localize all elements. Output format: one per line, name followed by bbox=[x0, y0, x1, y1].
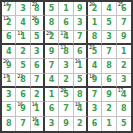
cell-r0c6[interactable]: 202 bbox=[88, 2, 102, 16]
cell-r4c3[interactable]: 7 bbox=[45, 59, 59, 73]
cell-r6c8[interactable]: 174 bbox=[117, 88, 131, 102]
cell-r3c3[interactable]: 9 bbox=[45, 45, 59, 59]
cell-value: 1 bbox=[31, 103, 43, 115]
cell-value: 3 bbox=[88, 103, 101, 115]
killer-sudoku-board: 1473238519202425612242698631576111523217… bbox=[0, 0, 133, 133]
cell-r4c7[interactable]: 8 bbox=[102, 59, 116, 73]
cell-value: 3 bbox=[59, 60, 72, 72]
cell-r4c0[interactable]: 209 bbox=[2, 59, 16, 73]
cell-r2c4[interactable]: 174 bbox=[59, 31, 73, 45]
cell-r3c1[interactable]: 2 bbox=[16, 45, 30, 59]
cell-value: 4 bbox=[59, 32, 72, 43]
cell-r7c4[interactable]: 7 bbox=[59, 102, 73, 116]
cell-value: 7 bbox=[102, 46, 115, 58]
cell-r5c0[interactable]: 171 bbox=[2, 74, 16, 88]
cell-r4c2[interactable]: 6 bbox=[31, 59, 45, 73]
cell-r1c4[interactable]: 6 bbox=[59, 16, 73, 30]
cell-value: 2 bbox=[2, 17, 15, 29]
cell-r7c7[interactable]: 2 bbox=[102, 102, 116, 116]
cell-r5c2[interactable]: 7 bbox=[31, 74, 45, 88]
cell-value: 5 bbox=[74, 75, 86, 86]
cell-r2c2[interactable]: 5 bbox=[31, 31, 45, 45]
cell-r1c5[interactable]: 3 bbox=[74, 16, 88, 30]
cell-value: 6 bbox=[16, 89, 29, 101]
cell-value: 8 bbox=[16, 75, 29, 86]
cell-r4c4[interactable]: 3 bbox=[59, 59, 73, 73]
cell-r6c3[interactable]: 1 bbox=[45, 88, 59, 102]
cell-value: 7 bbox=[2, 3, 15, 15]
cell-r3c6[interactable]: 235 bbox=[88, 45, 102, 59]
cell-value: 3 bbox=[102, 32, 115, 43]
cell-value: 7 bbox=[117, 17, 131, 29]
cell-value: 9 bbox=[45, 46, 58, 58]
cell-r6c6[interactable]: 7 bbox=[88, 88, 102, 102]
cell-value: 4 bbox=[16, 17, 29, 29]
cell-r1c3[interactable]: 8 bbox=[45, 16, 59, 30]
cell-r7c6[interactable]: 3 bbox=[88, 102, 102, 116]
cell-r0c1[interactable]: 3 bbox=[16, 2, 30, 16]
cell-r5c1[interactable]: 238 bbox=[16, 74, 30, 88]
cell-r5c5[interactable]: 5 bbox=[74, 74, 88, 88]
cell-r4c1[interactable]: 5 bbox=[16, 59, 30, 73]
cell-r3c4[interactable]: 138 bbox=[59, 45, 73, 59]
cell-r4c6[interactable]: 4 bbox=[88, 59, 102, 73]
cell-r0c3[interactable]: 5 bbox=[45, 2, 59, 16]
cell-value: 5 bbox=[45, 3, 58, 15]
cell-value: 5 bbox=[117, 118, 131, 131]
cell-r3c8[interactable]: 1 bbox=[117, 45, 131, 59]
cell-r5c4[interactable]: 2 bbox=[59, 74, 73, 88]
cell-r8c8[interactable]: 5 bbox=[117, 117, 131, 131]
cell-r7c5[interactable]: 184 bbox=[74, 102, 88, 116]
cell-r8c4[interactable]: 9 bbox=[59, 117, 73, 131]
cell-r0c8[interactable]: 256 bbox=[117, 2, 131, 16]
cell-value: 3 bbox=[2, 89, 15, 101]
cell-value: 7 bbox=[74, 32, 86, 43]
cell-r1c8[interactable]: 7 bbox=[117, 16, 131, 30]
cell-value: 4 bbox=[102, 3, 115, 15]
cell-value: 6 bbox=[31, 60, 43, 72]
cell-r2c6[interactable]: 8 bbox=[88, 31, 102, 45]
cell-value: 3 bbox=[117, 75, 131, 86]
cell-value: 5 bbox=[2, 103, 15, 115]
cell-value: 5 bbox=[31, 32, 43, 43]
cell-value: 4 bbox=[45, 75, 58, 86]
cell-value: 4 bbox=[117, 89, 131, 101]
cell-value: 2 bbox=[16, 46, 29, 58]
cell-value: 7 bbox=[45, 60, 58, 72]
cell-value: 8 bbox=[117, 103, 131, 115]
cell-r2c3[interactable]: 232 bbox=[45, 31, 59, 45]
cell-value: 6 bbox=[59, 17, 72, 29]
cell-value: 2 bbox=[102, 103, 115, 115]
cell-r6c5[interactable]: 8 bbox=[74, 88, 88, 102]
cell-r5c3[interactable]: 4 bbox=[45, 74, 59, 88]
cell-value: 4 bbox=[88, 60, 101, 72]
cell-r7c0[interactable]: 5 bbox=[2, 102, 16, 116]
cell-value: 3 bbox=[31, 46, 43, 58]
cell-r5c8[interactable]: 3 bbox=[117, 74, 131, 88]
cell-value: 6 bbox=[45, 103, 58, 115]
cell-r1c2[interactable]: 269 bbox=[31, 16, 45, 30]
cell-value: 8 bbox=[2, 118, 15, 131]
cell-r1c1[interactable]: 4 bbox=[16, 16, 30, 30]
cell-r6c1[interactable]: 6 bbox=[16, 88, 30, 102]
cell-r6c4[interactable]: 295 bbox=[59, 88, 73, 102]
cell-r8c1[interactable]: 7 bbox=[16, 117, 30, 131]
cell-value: 2 bbox=[88, 3, 101, 15]
cell-value: 8 bbox=[102, 60, 115, 72]
cell-r3c2[interactable]: 3 bbox=[31, 45, 45, 59]
cell-value: 1 bbox=[59, 3, 72, 15]
cell-r8c6[interactable]: 6 bbox=[88, 117, 102, 131]
cell-value: 9 bbox=[2, 60, 15, 72]
cell-value: 9 bbox=[88, 75, 101, 86]
cell-r6c2[interactable]: 2 bbox=[31, 88, 45, 102]
cell-r5c6[interactable]: 189 bbox=[88, 74, 102, 88]
cell-value: 1 bbox=[88, 17, 101, 29]
cell-r1c7[interactable]: 5 bbox=[102, 16, 116, 30]
cell-r4c8[interactable]: 2 bbox=[117, 59, 131, 73]
cell-value: 9 bbox=[117, 32, 131, 43]
cell-r8c5[interactable]: 2 bbox=[74, 117, 88, 131]
cell-value: 6 bbox=[102, 75, 115, 86]
cell-value: 8 bbox=[31, 3, 43, 15]
cell-value: 5 bbox=[88, 46, 101, 58]
cell-r8c3[interactable]: 3 bbox=[45, 117, 59, 131]
cell-value: 8 bbox=[45, 17, 58, 29]
cell-r2c0[interactable]: 6 bbox=[2, 31, 16, 45]
cell-r0c2[interactable]: 238 bbox=[31, 2, 45, 16]
cell-value: 2 bbox=[45, 32, 58, 43]
cell-value: 8 bbox=[88, 32, 101, 43]
cell-r6c7[interactable]: 9 bbox=[102, 88, 116, 102]
cell-r7c2[interactable]: 141 bbox=[31, 102, 45, 116]
cell-value: 7 bbox=[31, 75, 43, 86]
cell-value: 3 bbox=[16, 3, 29, 15]
cell-value: 9 bbox=[59, 118, 72, 131]
cell-value: 5 bbox=[102, 17, 115, 29]
cell-r8c0[interactable]: 8 bbox=[2, 117, 16, 131]
cell-r7c8[interactable]: 8 bbox=[117, 102, 131, 116]
cell-r7c3[interactable]: 6 bbox=[45, 102, 59, 116]
cell-value: 1 bbox=[45, 89, 58, 101]
cell-value: 1 bbox=[117, 46, 131, 58]
cell-value: 9 bbox=[31, 17, 43, 29]
cell-r7c1[interactable]: 169 bbox=[16, 102, 30, 116]
cell-r2c8[interactable]: 9 bbox=[117, 31, 131, 45]
cell-value: 1 bbox=[2, 75, 15, 86]
cell-value: 5 bbox=[59, 89, 72, 101]
cell-value: 1 bbox=[102, 118, 115, 131]
cell-r3c0[interactable]: 4 bbox=[2, 45, 16, 59]
cell-r4c5[interactable]: 101 bbox=[74, 59, 88, 73]
cell-r8c2[interactable]: 164 bbox=[31, 117, 45, 131]
cell-value: 6 bbox=[117, 3, 131, 15]
cell-value: 4 bbox=[2, 46, 15, 58]
cell-value: 4 bbox=[31, 118, 43, 131]
cell-value: 3 bbox=[74, 17, 86, 29]
cell-value: 4 bbox=[74, 103, 86, 115]
cell-value: 7 bbox=[16, 118, 29, 131]
cell-r2c1[interactable]: 111 bbox=[16, 31, 30, 45]
cell-r0c7[interactable]: 4 bbox=[102, 2, 116, 16]
cell-value: 6 bbox=[74, 46, 86, 58]
cell-value: 3 bbox=[45, 118, 58, 131]
cell-r1c0[interactable]: 122 bbox=[2, 16, 16, 30]
cell-value: 9 bbox=[102, 89, 115, 101]
cell-value: 2 bbox=[117, 60, 131, 72]
cell-value: 7 bbox=[59, 103, 72, 115]
cell-value: 1 bbox=[16, 32, 29, 43]
cell-value: 5 bbox=[16, 60, 29, 72]
cell-r1c6[interactable]: 1 bbox=[88, 16, 102, 30]
cell-value: 8 bbox=[74, 89, 86, 101]
cell-value: 8 bbox=[59, 46, 72, 58]
cell-r0c5[interactable]: 9 bbox=[74, 2, 88, 16]
cell-value: 9 bbox=[16, 103, 29, 115]
cell-value: 1 bbox=[74, 60, 86, 72]
cell-value: 2 bbox=[59, 75, 72, 86]
cell-r2c5[interactable]: 7 bbox=[74, 31, 88, 45]
cell-value: 6 bbox=[88, 118, 101, 131]
cell-r8c7[interactable]: 1 bbox=[102, 117, 116, 131]
cell-r5c7[interactable]: 6 bbox=[102, 74, 116, 88]
cell-r0c4[interactable]: 1 bbox=[59, 2, 73, 16]
cell-r3c5[interactable]: 6 bbox=[74, 45, 88, 59]
cell-r3c7[interactable]: 7 bbox=[102, 45, 116, 59]
cell-value: 9 bbox=[74, 3, 86, 15]
cell-r0c0[interactable]: 147 bbox=[2, 2, 16, 16]
cell-value: 6 bbox=[2, 32, 15, 43]
cell-value: 7 bbox=[88, 89, 101, 101]
cell-value: 2 bbox=[74, 118, 86, 131]
cell-r2c7[interactable]: 3 bbox=[102, 31, 116, 45]
cell-r6c0[interactable]: 3 bbox=[2, 88, 16, 102]
cell-value: 2 bbox=[31, 89, 43, 101]
